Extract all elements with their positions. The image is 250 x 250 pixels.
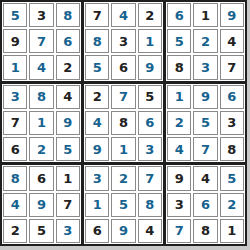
sudoku-cell-r2c5[interactable]: 3 xyxy=(111,29,135,53)
sudoku-cell-r8c7[interactable]: 3 xyxy=(167,193,191,217)
sudoku-cell-r6c5[interactable]: 1 xyxy=(111,137,135,161)
sudoku-cell-r5c5[interactable]: 8 xyxy=(111,111,135,135)
sudoku-cell-r7c8[interactable]: 4 xyxy=(193,166,217,190)
sudoku-box-r1c3: 619524837 xyxy=(166,2,245,81)
sudoku-cell-r5c3[interactable]: 9 xyxy=(56,111,80,135)
sudoku-cell-r8c6[interactable]: 8 xyxy=(138,193,162,217)
sudoku-cell-r9c8[interactable]: 8 xyxy=(193,219,217,243)
sudoku-cell-r3c4[interactable]: 5 xyxy=(85,55,109,79)
sudoku-cell-r6c9[interactable]: 8 xyxy=(220,137,244,161)
sudoku-cell-r5c9[interactable]: 3 xyxy=(220,111,244,135)
sudoku-cell-r1c1[interactable]: 5 xyxy=(3,3,27,27)
sudoku-cell-r7c1[interactable]: 8 xyxy=(3,166,27,190)
sudoku-cell-r3c5[interactable]: 6 xyxy=(111,55,135,79)
sudoku-cell-r5c1[interactable]: 7 xyxy=(3,111,27,135)
sudoku-box-r1c2: 742831569 xyxy=(84,2,163,81)
sudoku-cell-r7c6[interactable]: 7 xyxy=(138,166,162,190)
sudoku-cell-r6c7[interactable]: 4 xyxy=(167,137,191,161)
sudoku-cell-r1c3[interactable]: 8 xyxy=(56,3,80,27)
sudoku-box-r2c1: 384719625 xyxy=(2,84,81,163)
sudoku-cell-r5c2[interactable]: 1 xyxy=(29,111,53,135)
sudoku-cell-r5c6[interactable]: 6 xyxy=(138,111,162,135)
sudoku-cell-r7c3[interactable]: 1 xyxy=(56,166,80,190)
sudoku-cell-r4c1[interactable]: 3 xyxy=(3,85,27,109)
sudoku-cell-r7c4[interactable]: 3 xyxy=(85,166,109,190)
sudoku-cell-r1c5[interactable]: 4 xyxy=(111,3,135,27)
sudoku-cell-r1c4[interactable]: 7 xyxy=(85,3,109,27)
sudoku-cell-r4c9[interactable]: 6 xyxy=(220,85,244,109)
sudoku-cell-r4c4[interactable]: 2 xyxy=(85,85,109,109)
sudoku-cell-r3c8[interactable]: 3 xyxy=(193,55,217,79)
sudoku-cell-r4c3[interactable]: 4 xyxy=(56,85,80,109)
sudoku-cell-r3c7[interactable]: 8 xyxy=(167,55,191,79)
sudoku-cell-r2c9[interactable]: 4 xyxy=(220,29,244,53)
sudoku-cell-r8c3[interactable]: 7 xyxy=(56,193,80,217)
sudoku-cell-r4c6[interactable]: 5 xyxy=(138,85,162,109)
sudoku-cell-r6c8[interactable]: 7 xyxy=(193,137,217,161)
sudoku-cell-r9c2[interactable]: 5 xyxy=(29,219,53,243)
sudoku-cell-r7c5[interactable]: 2 xyxy=(111,166,135,190)
sudoku-cell-r3c6[interactable]: 9 xyxy=(138,55,162,79)
sudoku-box-r1c1: 538976142 xyxy=(2,2,81,81)
sudoku-cell-r3c2[interactable]: 4 xyxy=(29,55,53,79)
sudoku-cell-r8c2[interactable]: 9 xyxy=(29,193,53,217)
sudoku-cell-r2c4[interactable]: 8 xyxy=(85,29,109,53)
sudoku-cell-r3c1[interactable]: 1 xyxy=(3,55,27,79)
sudoku-app-frame: 5389761427428315696195248373847196252754… xyxy=(0,0,250,250)
sudoku-cell-r8c9[interactable]: 2 xyxy=(220,193,244,217)
sudoku-box-r2c2: 275486913 xyxy=(84,84,163,163)
sudoku-cell-r2c6[interactable]: 1 xyxy=(138,29,162,53)
sudoku-board: 5389761427428315696195248373847196252754… xyxy=(0,0,247,246)
sudoku-cell-r8c5[interactable]: 5 xyxy=(111,193,135,217)
sudoku-cell-r7c9[interactable]: 5 xyxy=(220,166,244,190)
sudoku-cell-r3c9[interactable]: 7 xyxy=(220,55,244,79)
sudoku-box-r3c1: 861497253 xyxy=(2,165,81,244)
sudoku-cell-r9c9[interactable]: 1 xyxy=(220,219,244,243)
sudoku-cell-r7c7[interactable]: 9 xyxy=(167,166,191,190)
sudoku-cell-r6c2[interactable]: 2 xyxy=(29,137,53,161)
sudoku-cell-r5c7[interactable]: 2 xyxy=(167,111,191,135)
sudoku-cell-r2c2[interactable]: 7 xyxy=(29,29,53,53)
sudoku-cell-r9c4[interactable]: 6 xyxy=(85,219,109,243)
sudoku-box-r2c3: 196253478 xyxy=(166,84,245,163)
sudoku-cell-r3c3[interactable]: 2 xyxy=(56,55,80,79)
sudoku-cell-r2c8[interactable]: 2 xyxy=(193,29,217,53)
sudoku-cell-r5c4[interactable]: 4 xyxy=(85,111,109,135)
sudoku-cell-r9c5[interactable]: 9 xyxy=(111,219,135,243)
sudoku-cell-r9c7[interactable]: 7 xyxy=(167,219,191,243)
sudoku-cell-r7c2[interactable]: 6 xyxy=(29,166,53,190)
sudoku-cell-r1c2[interactable]: 3 xyxy=(29,3,53,27)
sudoku-box-r3c2: 327158694 xyxy=(84,165,163,244)
sudoku-cell-r4c7[interactable]: 1 xyxy=(167,85,191,109)
sudoku-cell-r4c8[interactable]: 9 xyxy=(193,85,217,109)
sudoku-cell-r9c3[interactable]: 3 xyxy=(56,219,80,243)
sudoku-cell-r6c3[interactable]: 5 xyxy=(56,137,80,161)
sudoku-cell-r8c8[interactable]: 6 xyxy=(193,193,217,217)
sudoku-cell-r1c9[interactable]: 9 xyxy=(220,3,244,27)
sudoku-cell-r1c6[interactable]: 2 xyxy=(138,3,162,27)
sudoku-cell-r1c8[interactable]: 1 xyxy=(193,3,217,27)
sudoku-cell-r5c8[interactable]: 5 xyxy=(193,111,217,135)
sudoku-cell-r6c4[interactable]: 9 xyxy=(85,137,109,161)
sudoku-cell-r9c1[interactable]: 2 xyxy=(3,219,27,243)
sudoku-cell-r2c3[interactable]: 6 xyxy=(56,29,80,53)
sudoku-cell-r8c1[interactable]: 4 xyxy=(3,193,27,217)
sudoku-cell-r9c6[interactable]: 4 xyxy=(138,219,162,243)
sudoku-cell-r8c4[interactable]: 1 xyxy=(85,193,109,217)
sudoku-cell-r6c1[interactable]: 6 xyxy=(3,137,27,161)
sudoku-cell-r1c7[interactable]: 6 xyxy=(167,3,191,27)
sudoku-cell-r4c2[interactable]: 8 xyxy=(29,85,53,109)
sudoku-cell-r2c1[interactable]: 9 xyxy=(3,29,27,53)
sudoku-cell-r6c6[interactable]: 3 xyxy=(138,137,162,161)
sudoku-box-r3c3: 945362781 xyxy=(166,165,245,244)
sudoku-cell-r4c5[interactable]: 7 xyxy=(111,85,135,109)
sudoku-cell-r2c7[interactable]: 5 xyxy=(167,29,191,53)
